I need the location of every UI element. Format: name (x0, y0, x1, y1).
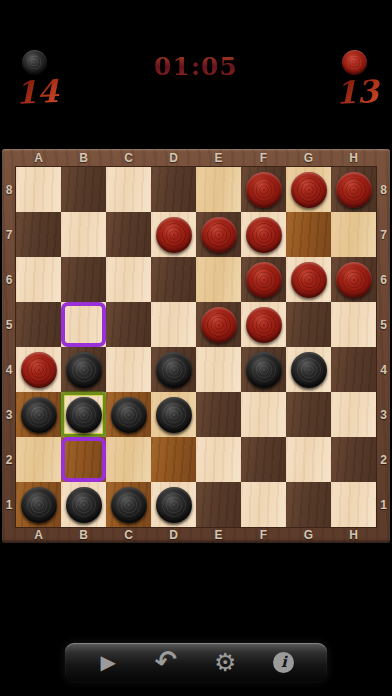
square-C6[interactable] (106, 257, 151, 302)
col-label-C: C (106, 526, 151, 543)
row-label-8: 8 (377, 167, 390, 212)
square-A1[interactable] (16, 482, 61, 527)
col-label-E: E (196, 149, 241, 166)
square-G4[interactable] (286, 347, 331, 392)
square-E5[interactable] (196, 302, 241, 347)
square-F1[interactable] (241, 482, 286, 527)
black-piece-F4[interactable] (246, 352, 282, 388)
info-icon: i (273, 652, 294, 673)
row-label-8: 8 (2, 167, 16, 212)
black-piece-B4[interactable] (66, 352, 102, 388)
square-C1[interactable] (106, 482, 151, 527)
red-piece-F5[interactable] (246, 307, 282, 343)
square-C3[interactable] (106, 392, 151, 437)
square-B3[interactable] (61, 392, 106, 437)
col-label-A: A (16, 149, 61, 166)
square-H5[interactable] (331, 302, 376, 347)
square-B6[interactable] (61, 257, 106, 302)
play-icon: ▶ (101, 652, 116, 672)
board-squares (16, 167, 376, 527)
square-H6[interactable] (331, 257, 376, 302)
square-B2[interactable] (61, 437, 106, 482)
square-C2[interactable] (106, 437, 151, 482)
black-piece-C1[interactable] (111, 487, 147, 523)
red-piece-E7[interactable] (201, 217, 237, 253)
purple-highlight (61, 437, 106, 482)
square-B4[interactable] (61, 347, 106, 392)
square-F4[interactable] (241, 347, 286, 392)
square-E8[interactable] (196, 167, 241, 212)
col-label-G: G (286, 526, 331, 543)
square-C4[interactable] (106, 347, 151, 392)
black-piece-B1[interactable] (66, 487, 102, 523)
square-A7[interactable] (16, 212, 61, 257)
square-H7[interactable] (331, 212, 376, 257)
square-C5[interactable] (106, 302, 151, 347)
square-E7[interactable] (196, 212, 241, 257)
square-G1[interactable] (286, 482, 331, 527)
col-label-C: C (106, 149, 151, 166)
black-piece-C3[interactable] (111, 397, 147, 433)
toolbar: ▶ ↶ ⚙ i (65, 643, 327, 681)
column-labels-bottom: ABCDEFGH (16, 526, 376, 543)
square-B1[interactable] (61, 482, 106, 527)
red-piece-count: 13 (324, 72, 390, 111)
square-F5[interactable] (241, 302, 286, 347)
row-label-4: 4 (377, 347, 390, 392)
red-piece-H8[interactable] (336, 172, 372, 208)
square-C8[interactable] (106, 167, 151, 212)
square-H1[interactable] (331, 482, 376, 527)
row-label-5: 5 (377, 302, 390, 347)
square-G3[interactable] (286, 392, 331, 437)
black-piece-D1[interactable] (156, 487, 192, 523)
square-A2[interactable] (16, 437, 61, 482)
row-label-1: 1 (2, 482, 16, 527)
row-label-7: 7 (2, 212, 16, 257)
square-B7[interactable] (61, 212, 106, 257)
square-D2[interactable] (151, 437, 196, 482)
square-H2[interactable] (331, 437, 376, 482)
square-A6[interactable] (16, 257, 61, 302)
row-labels-left: 87654321 (2, 167, 16, 527)
red-piece-D7[interactable] (156, 217, 192, 253)
black-piece-D3[interactable] (156, 397, 192, 433)
row-labels-right: 87654321 (377, 167, 390, 527)
row-label-1: 1 (377, 482, 390, 527)
square-D7[interactable] (151, 212, 196, 257)
square-A5[interactable] (16, 302, 61, 347)
square-G8[interactable] (286, 167, 331, 212)
red-piece-A4[interactable] (21, 352, 57, 388)
square-G5[interactable] (286, 302, 331, 347)
square-F2[interactable] (241, 437, 286, 482)
square-A8[interactable] (16, 167, 61, 212)
play-button[interactable]: ▶ (91, 645, 125, 679)
row-label-2: 2 (377, 437, 390, 482)
square-F7[interactable] (241, 212, 286, 257)
undo-icon: ↶ (153, 645, 180, 676)
col-label-B: B (61, 526, 106, 543)
col-label-B: B (61, 149, 106, 166)
col-label-F: F (241, 149, 286, 166)
square-E6[interactable] (196, 257, 241, 302)
row-label-2: 2 (2, 437, 16, 482)
row-label-3: 3 (377, 392, 390, 437)
info-button[interactable]: i (267, 645, 301, 679)
column-labels-top: ABCDEFGH (16, 149, 376, 166)
square-A3[interactable] (16, 392, 61, 437)
red-piece-E5[interactable] (201, 307, 237, 343)
row-label-3: 3 (2, 392, 16, 437)
square-D3[interactable] (151, 392, 196, 437)
square-D4[interactable] (151, 347, 196, 392)
square-G6[interactable] (286, 257, 331, 302)
red-piece-F6[interactable] (246, 262, 282, 298)
red-piece-H6[interactable] (336, 262, 372, 298)
row-label-4: 4 (2, 347, 16, 392)
square-F6[interactable] (241, 257, 286, 302)
square-B5[interactable] (61, 302, 106, 347)
square-D5[interactable] (151, 302, 196, 347)
square-D1[interactable] (151, 482, 196, 527)
col-label-F: F (241, 526, 286, 543)
settings-button[interactable]: ⚙ (208, 645, 242, 679)
undo-button[interactable]: ↶ (150, 645, 184, 679)
col-label-D: D (151, 149, 196, 166)
square-E3[interactable] (196, 392, 241, 437)
square-F8[interactable] (241, 167, 286, 212)
col-label-D: D (151, 526, 196, 543)
row-label-6: 6 (377, 257, 390, 302)
black-piece-A3[interactable] (21, 397, 57, 433)
square-D8[interactable] (151, 167, 196, 212)
red-player-piece-icon (342, 50, 367, 75)
square-E4[interactable] (196, 347, 241, 392)
col-label-H: H (331, 149, 376, 166)
checkers-app-screen: 14 01:05 13 ABCDEFGH ABCDEFGH 87654321 8… (0, 0, 392, 696)
square-G7[interactable] (286, 212, 331, 257)
square-H4[interactable] (331, 347, 376, 392)
row-label-5: 5 (2, 302, 16, 347)
red-piece-F7[interactable] (246, 217, 282, 253)
black-piece-B3[interactable] (66, 397, 102, 433)
square-C7[interactable] (106, 212, 151, 257)
red-piece-G6[interactable] (291, 262, 327, 298)
gear-icon: ⚙ (214, 650, 236, 675)
square-H8[interactable] (331, 167, 376, 212)
row-label-6: 6 (2, 257, 16, 302)
square-E2[interactable] (196, 437, 241, 482)
red-piece-F8[interactable] (246, 172, 282, 208)
red-piece-G8[interactable] (291, 172, 327, 208)
col-label-A: A (16, 526, 61, 543)
square-A4[interactable] (16, 347, 61, 392)
col-label-E: E (196, 526, 241, 543)
row-label-7: 7 (377, 212, 390, 257)
square-E1[interactable] (196, 482, 241, 527)
black-piece-A1[interactable] (21, 487, 57, 523)
square-F3[interactable] (241, 392, 286, 437)
black-piece-G4[interactable] (291, 352, 327, 388)
black-piece-D4[interactable] (156, 352, 192, 388)
checkers-board: ABCDEFGH ABCDEFGH 87654321 87654321 (2, 149, 390, 543)
col-label-G: G (286, 149, 331, 166)
square-G2[interactable] (286, 437, 331, 482)
col-label-H: H (331, 526, 376, 543)
square-D6[interactable] (151, 257, 196, 302)
square-B8[interactable] (61, 167, 106, 212)
square-H3[interactable] (331, 392, 376, 437)
purple-highlight (61, 302, 106, 347)
